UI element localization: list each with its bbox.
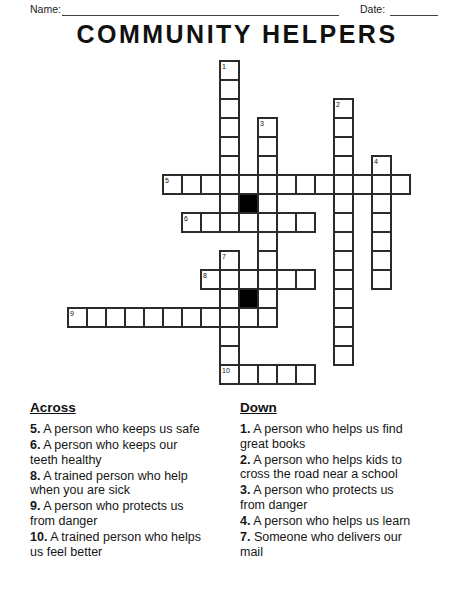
grid-cell[interactable] <box>220 327 239 346</box>
grid-cell[interactable] <box>220 80 239 99</box>
grid-cell[interactable] <box>353 175 372 194</box>
grid-cell[interactable] <box>220 156 239 175</box>
grid-cell[interactable] <box>277 365 296 384</box>
grid-cell[interactable] <box>334 270 353 289</box>
grid-cell[interactable] <box>258 270 277 289</box>
clue-number-label: 1. <box>240 422 250 436</box>
clue-number: 6 <box>184 215 188 222</box>
clue-number: 8 <box>203 272 207 279</box>
down-clues-section: Down 1. A person who helps us find great… <box>240 400 470 561</box>
clue-number: 5 <box>165 177 169 184</box>
clue-number-label: 2. <box>240 453 250 467</box>
clue-across-8: 8. A trained person who help when you ar… <box>30 469 235 498</box>
clue-text: A person who protects us from danger <box>240 483 394 512</box>
clue-text: A person who keeps us safe <box>43 422 199 436</box>
clue-text: A person who protects us from danger <box>30 499 184 528</box>
grid-cell[interactable] <box>277 213 296 232</box>
grid-cell[interactable] <box>296 213 315 232</box>
puzzle-title: COMMUNITY HELPERS <box>0 20 474 49</box>
clue-number-label: 4. <box>240 514 250 528</box>
grid-cell[interactable] <box>220 175 239 194</box>
clue-down-4: 4. A person who helps us learn <box>240 514 470 529</box>
grid-cell[interactable] <box>220 270 239 289</box>
clue-number: 9 <box>70 310 74 317</box>
grid-cell[interactable] <box>258 232 277 251</box>
down-heading: Down <box>240 400 470 415</box>
clue-number-label: 10. <box>30 530 47 544</box>
clue-number-label: 8. <box>30 469 40 483</box>
clue-number: 2 <box>336 101 340 108</box>
clue-down-2: 2. A person who helps kids to cross the … <box>240 453 470 482</box>
grid-cell[interactable] <box>258 137 277 156</box>
black-cell <box>239 194 258 213</box>
grid-cell[interactable] <box>334 346 353 365</box>
clue-across-9: 9. A person who protects us from danger <box>30 499 235 528</box>
clue-number-label: 9. <box>30 499 40 513</box>
grid-cell[interactable] <box>296 365 315 384</box>
across-clues-section: Across 5. A person who keeps us safe 6. … <box>30 400 235 561</box>
grid-cell[interactable] <box>220 308 239 327</box>
grid-cell[interactable] <box>258 289 277 308</box>
grid-cell[interactable] <box>334 308 353 327</box>
grid-cell[interactable] <box>239 175 258 194</box>
grid-cell[interactable] <box>106 308 125 327</box>
crossword-grid: 12345678910 <box>68 61 410 384</box>
grid-cell[interactable] <box>334 213 353 232</box>
clue-number: 10 <box>222 367 230 374</box>
date-label: Date: <box>360 3 385 15</box>
grid-cell[interactable] <box>163 308 182 327</box>
clue-text: A person who helps us find great books <box>240 422 403 451</box>
grid-cell[interactable] <box>334 251 353 270</box>
name-blank-line <box>62 15 339 16</box>
grid-cell[interactable] <box>258 308 277 327</box>
clue-across-5: 5. A person who keeps us safe <box>30 422 235 437</box>
grid-cell[interactable] <box>220 137 239 156</box>
clue-down-1: 1. A person who helps us find great book… <box>240 422 470 451</box>
grid-cell[interactable] <box>239 308 258 327</box>
grid-cell[interactable] <box>277 270 296 289</box>
grid-cell[interactable] <box>220 118 239 137</box>
grid-cell[interactable] <box>220 99 239 118</box>
grid-cell[interactable] <box>201 308 220 327</box>
grid-cell[interactable] <box>334 327 353 346</box>
grid-cell[interactable] <box>258 175 277 194</box>
grid-cell[interactable] <box>372 270 391 289</box>
grid-cell[interactable] <box>334 137 353 156</box>
grid-cell[interactable] <box>258 213 277 232</box>
grid-cell[interactable] <box>334 289 353 308</box>
grid-cell[interactable] <box>258 365 277 384</box>
grid-cell[interactable] <box>296 270 315 289</box>
clue-text: A person who helps kids to cross the roa… <box>240 453 402 482</box>
grid-cell[interactable] <box>277 175 296 194</box>
grid-cell[interactable] <box>201 213 220 232</box>
grid-cell[interactable] <box>258 194 277 213</box>
clue-number-label: 5. <box>30 422 40 436</box>
date-blank-line <box>390 15 438 16</box>
grid-cell[interactable] <box>220 194 239 213</box>
grid-cell[interactable] <box>372 175 391 194</box>
grid-cell[interactable] <box>334 232 353 251</box>
worksheet-page: Name: Date: COMMUNITY HELPERS 1234567891… <box>0 0 474 613</box>
across-clue-list: 5. A person who keeps us safe 6. A perso… <box>30 422 235 559</box>
grid-cell[interactable] <box>182 175 201 194</box>
grid-cell[interactable] <box>239 213 258 232</box>
clue-number: 1 <box>222 63 226 70</box>
clue-number-label: 7. <box>240 530 250 544</box>
grid-cell[interactable] <box>334 118 353 137</box>
down-clue-list: 1. A person who helps us find great book… <box>240 422 470 559</box>
clue-down-7: 7. Someone who delivers our mail <box>240 530 470 559</box>
clue-number: 4 <box>374 158 378 165</box>
grid-cell[interactable] <box>87 308 106 327</box>
grid-cell[interactable] <box>201 175 220 194</box>
grid-cell[interactable] <box>334 156 353 175</box>
grid-cell[interactable] <box>182 308 201 327</box>
grid-cell[interactable] <box>220 346 239 365</box>
grid-cell[interactable] <box>258 251 277 270</box>
clue-across-10: 10. A trained person who helps us feel b… <box>30 530 235 559</box>
clue-number-label: 3. <box>240 483 250 497</box>
grid-cell[interactable] <box>239 365 258 384</box>
grid-cell[interactable] <box>220 289 239 308</box>
grid-cell[interactable] <box>220 213 239 232</box>
name-label: Name: <box>30 3 61 15</box>
grid-cell[interactable] <box>125 308 144 327</box>
clue-text: A person who keeps our teeth healthy <box>30 438 177 467</box>
grid-cell[interactable] <box>391 175 410 194</box>
grid-cell[interactable] <box>258 156 277 175</box>
clue-text: A trained person who help when you are s… <box>30 469 188 498</box>
grid-cell[interactable] <box>372 232 391 251</box>
clue-text: A trained person who helps us feel bette… <box>30 530 201 559</box>
clue-down-3: 3. A person who protects us from danger <box>240 483 470 512</box>
clue-number: 3 <box>260 120 264 127</box>
clue-across-6: 6. A person who keeps our teeth healthy <box>30 438 235 467</box>
clue-number: 7 <box>222 253 226 260</box>
grid-cell[interactable] <box>372 213 391 232</box>
clue-text: A person who helps us learn <box>253 514 410 528</box>
across-heading: Across <box>30 400 235 415</box>
clue-number-label: 6. <box>30 438 40 452</box>
grid-cell[interactable] <box>239 270 258 289</box>
grid-cell[interactable] <box>296 175 315 194</box>
black-cell <box>239 289 258 308</box>
grid-cell[interactable] <box>372 194 391 213</box>
grid-cell[interactable] <box>334 194 353 213</box>
grid-cell[interactable] <box>144 308 163 327</box>
clue-text: Someone who delivers our mail <box>240 530 402 559</box>
grid-cell[interactable] <box>315 175 334 194</box>
grid-cell[interactable] <box>372 251 391 270</box>
grid-cell[interactable] <box>334 175 353 194</box>
